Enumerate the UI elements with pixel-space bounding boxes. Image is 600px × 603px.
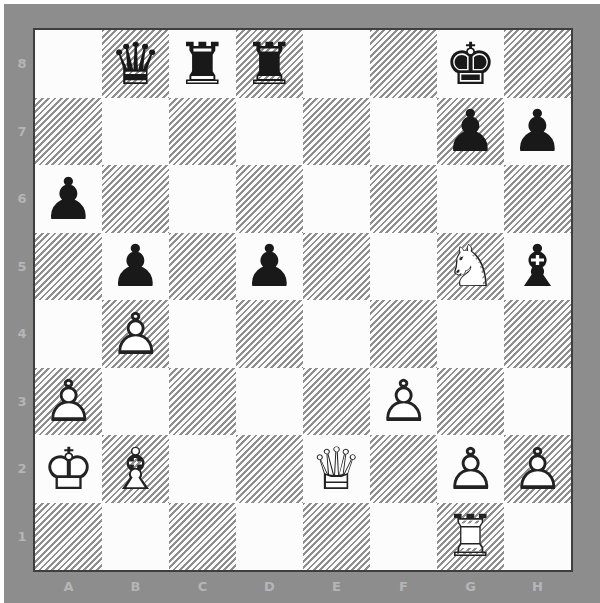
- piece-white-pawn[interactable]: ♟♙: [370, 368, 437, 436]
- rank-labels: 87654321: [13, 30, 31, 570]
- board-frame: 87654321 ABCDEFGH ♛♜♜♚♟♟♟♟♟♞♘♝♟♙♟♙♟♙♚♔♝♗…: [4, 4, 600, 603]
- file-label-g: G: [437, 572, 504, 600]
- rank-label-5: 5: [13, 233, 31, 301]
- square-c8[interactable]: ♜: [169, 30, 236, 98]
- file-label-b: B: [102, 572, 169, 600]
- square-g7[interactable]: ♟: [437, 98, 504, 166]
- square-e7[interactable]: [303, 98, 370, 166]
- square-d3[interactable]: [236, 368, 303, 436]
- black-pawn-icon: ♟: [236, 233, 303, 301]
- square-g3[interactable]: [437, 368, 504, 436]
- square-g5[interactable]: ♞♘: [437, 233, 504, 301]
- black-rook-icon: ♜: [169, 30, 236, 98]
- piece-white-pawn[interactable]: ♟♙: [504, 435, 571, 503]
- square-a4[interactable]: [35, 300, 102, 368]
- square-c6[interactable]: [169, 165, 236, 233]
- square-h7[interactable]: ♟: [504, 98, 571, 166]
- piece-white-knight[interactable]: ♞♘: [437, 233, 504, 301]
- square-h2[interactable]: ♟♙: [504, 435, 571, 503]
- square-d7[interactable]: [236, 98, 303, 166]
- black-queen-icon: ♛: [102, 30, 169, 98]
- rank-label-6: 6: [13, 165, 31, 233]
- black-king-icon: ♚: [437, 30, 504, 98]
- file-labels: ABCDEFGH: [35, 572, 571, 600]
- square-b8[interactable]: ♛: [102, 30, 169, 98]
- file-label-d: D: [236, 572, 303, 600]
- file-label-c: C: [169, 572, 236, 600]
- square-g2[interactable]: ♟♙: [437, 435, 504, 503]
- square-a6[interactable]: ♟: [35, 165, 102, 233]
- square-b2[interactable]: ♝♗: [102, 435, 169, 503]
- rank-label-2: 2: [13, 435, 31, 503]
- rank-label-8: 8: [13, 30, 31, 98]
- square-f6[interactable]: [370, 165, 437, 233]
- file-label-a: A: [35, 572, 102, 600]
- black-pawn-icon: ♟: [102, 233, 169, 301]
- square-e4[interactable]: [303, 300, 370, 368]
- square-a3[interactable]: ♟♙: [35, 368, 102, 436]
- rank-label-7: 7: [13, 98, 31, 166]
- piece-white-rook[interactable]: ♜♖: [437, 503, 504, 571]
- square-b1[interactable]: [102, 503, 169, 571]
- piece-white-queen[interactable]: ♛♕: [303, 435, 370, 503]
- square-b6[interactable]: [102, 165, 169, 233]
- square-h3[interactable]: [504, 368, 571, 436]
- white-pawn-icon: ♙: [35, 368, 102, 436]
- piece-white-pawn[interactable]: ♟♙: [102, 300, 169, 368]
- square-h5[interactable]: ♝: [504, 233, 571, 301]
- square-a2[interactable]: ♚♔: [35, 435, 102, 503]
- square-a5[interactable]: [35, 233, 102, 301]
- square-c1[interactable]: [169, 503, 236, 571]
- piece-black-rook[interactable]: ♜: [169, 30, 236, 98]
- square-d8[interactable]: ♜: [236, 30, 303, 98]
- square-b7[interactable]: [102, 98, 169, 166]
- square-a8[interactable]: [35, 30, 102, 98]
- piece-white-pawn[interactable]: ♟♙: [35, 368, 102, 436]
- square-d2[interactable]: [236, 435, 303, 503]
- square-g4[interactable]: [437, 300, 504, 368]
- square-f4[interactable]: [370, 300, 437, 368]
- square-f7[interactable]: [370, 98, 437, 166]
- rank-label-4: 4: [13, 300, 31, 368]
- piece-white-king[interactable]: ♚♔: [35, 435, 102, 503]
- square-e5[interactable]: [303, 233, 370, 301]
- square-c5[interactable]: [169, 233, 236, 301]
- square-f2[interactable]: [370, 435, 437, 503]
- square-g6[interactable]: [437, 165, 504, 233]
- square-b5[interactable]: ♟: [102, 233, 169, 301]
- white-pawn-icon: ♙: [102, 300, 169, 368]
- square-a7[interactable]: [35, 98, 102, 166]
- white-king-icon: ♔: [35, 435, 102, 503]
- square-c4[interactable]: [169, 300, 236, 368]
- black-pawn-icon: ♟: [504, 98, 571, 166]
- square-f3[interactable]: ♟♙: [370, 368, 437, 436]
- piece-black-pawn[interactable]: ♟: [504, 98, 571, 166]
- square-g8[interactable]: ♚: [437, 30, 504, 98]
- square-e6[interactable]: [303, 165, 370, 233]
- square-c3[interactable]: [169, 368, 236, 436]
- square-e2[interactable]: ♛♕: [303, 435, 370, 503]
- square-d6[interactable]: [236, 165, 303, 233]
- square-a1[interactable]: [35, 503, 102, 571]
- piece-black-pawn[interactable]: ♟: [437, 98, 504, 166]
- rank-label-1: 1: [13, 503, 31, 571]
- square-h8[interactable]: [504, 30, 571, 98]
- square-h1[interactable]: [504, 503, 571, 571]
- square-h6[interactable]: [504, 165, 571, 233]
- file-label-h: H: [504, 572, 571, 600]
- board-border: ♛♜♜♚♟♟♟♟♟♞♘♝♟♙♟♙♟♙♚♔♝♗♛♕♟♙♟♙♜♖: [33, 28, 573, 572]
- square-d1[interactable]: [236, 503, 303, 571]
- square-f1[interactable]: [370, 503, 437, 571]
- square-f5[interactable]: [370, 233, 437, 301]
- piece-black-bishop[interactable]: ♝: [504, 233, 571, 301]
- white-queen-icon: ♕: [303, 435, 370, 503]
- square-e1[interactable]: [303, 503, 370, 571]
- piece-black-queen[interactable]: ♛: [102, 30, 169, 98]
- white-bishop-icon: ♗: [102, 435, 169, 503]
- square-e3[interactable]: [303, 368, 370, 436]
- black-pawn-icon: ♟: [35, 165, 102, 233]
- square-d4[interactable]: [236, 300, 303, 368]
- piece-white-pawn[interactable]: ♟♙: [437, 435, 504, 503]
- file-label-e: E: [303, 572, 370, 600]
- white-rook-icon: ♖: [437, 503, 504, 571]
- piece-black-king[interactable]: ♚: [437, 30, 504, 98]
- square-c7[interactable]: [169, 98, 236, 166]
- square-d5[interactable]: ♟: [236, 233, 303, 301]
- piece-black-pawn[interactable]: ♟: [102, 233, 169, 301]
- black-rook-icon: ♜: [236, 30, 303, 98]
- piece-black-pawn[interactable]: ♟: [35, 165, 102, 233]
- square-b3[interactable]: [102, 368, 169, 436]
- rank-label-3: 3: [13, 368, 31, 436]
- white-knight-icon: ♘: [437, 233, 504, 301]
- black-bishop-icon: ♝: [504, 233, 571, 301]
- white-pawn-icon: ♙: [437, 435, 504, 503]
- piece-white-bishop[interactable]: ♝♗: [102, 435, 169, 503]
- file-label-f: F: [370, 572, 437, 600]
- white-pawn-icon: ♙: [370, 368, 437, 436]
- square-e8[interactable]: [303, 30, 370, 98]
- chess-board: ♛♜♜♚♟♟♟♟♟♞♘♝♟♙♟♙♟♙♚♔♝♗♛♕♟♙♟♙♜♖: [35, 30, 571, 570]
- square-h4[interactable]: [504, 300, 571, 368]
- square-f8[interactable]: [370, 30, 437, 98]
- white-pawn-icon: ♙: [504, 435, 571, 503]
- square-c2[interactable]: [169, 435, 236, 503]
- square-b4[interactable]: ♟♙: [102, 300, 169, 368]
- piece-black-pawn[interactable]: ♟: [236, 233, 303, 301]
- black-pawn-icon: ♟: [437, 98, 504, 166]
- piece-black-rook[interactable]: ♜: [236, 30, 303, 98]
- square-g1[interactable]: ♜♖: [437, 503, 504, 571]
